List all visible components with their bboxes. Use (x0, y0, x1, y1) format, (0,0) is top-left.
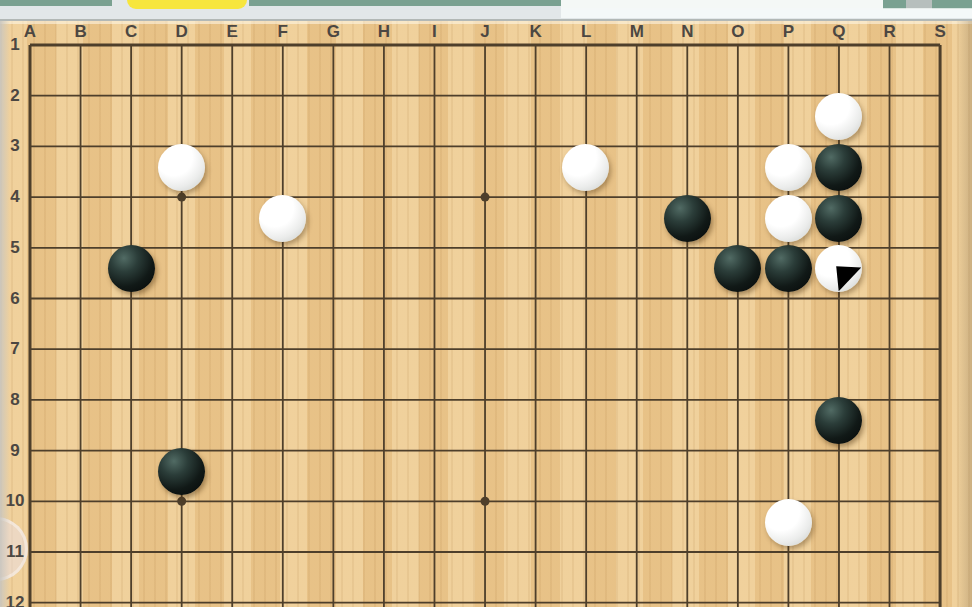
black-stone-P5[interactable] (765, 245, 812, 292)
black-stone-D9[interactable] (158, 448, 205, 495)
last-move-marker (836, 266, 861, 291)
top-bar-teal-segment-middle (249, 0, 561, 6)
black-stone-Q8[interactable] (815, 397, 862, 444)
black-stone-N4[interactable] (664, 195, 711, 242)
black-stone-O5[interactable] (714, 245, 761, 292)
top-bar-white-band (561, 8, 972, 18)
white-stone-F4[interactable] (259, 195, 306, 242)
yellow-tab[interactable] (127, 0, 247, 9)
white-stone-D3[interactable] (158, 144, 205, 191)
white-stone-P10[interactable] (765, 499, 812, 546)
white-stone-L3[interactable] (562, 144, 609, 191)
black-stone-Q4[interactable] (815, 195, 862, 242)
black-stone-C5[interactable] (108, 245, 155, 292)
board-edge-left-shadow (0, 21, 10, 607)
black-stone-Q3[interactable] (815, 144, 862, 191)
top-bar-divider (0, 19, 972, 21)
top-bar-teal-segment-left (0, 0, 112, 6)
white-stone-P4[interactable] (765, 195, 812, 242)
white-stone-Q5[interactable] (815, 245, 862, 292)
board-edge-right-shadow (956, 21, 972, 607)
top-bar-white-segment (561, 0, 883, 8)
white-stone-Q2[interactable] (815, 93, 862, 140)
stone-grid[interactable] (5, 41, 965, 607)
white-stone-P3[interactable] (765, 144, 812, 191)
top-bar (0, 0, 972, 21)
